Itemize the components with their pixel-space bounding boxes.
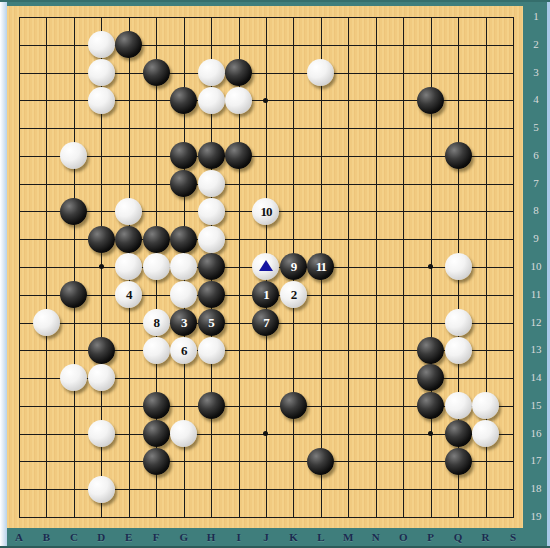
point-I4[interactable] [225,86,252,114]
white-stone-D14[interactable] [88,364,115,391]
white-stone-D3[interactable] [88,59,115,86]
point-C14[interactable] [60,364,87,392]
white-stone-Q15[interactable] [445,392,472,419]
point-H3[interactable] [197,59,224,87]
row-label-16: 16 [524,427,548,439]
white-stone-D18[interactable] [88,476,115,503]
move-number-label-11: 11 [316,260,326,273]
row-label-17: 17 [524,454,548,466]
point-H15[interactable] [197,392,224,420]
stones-grid: 1091141283576 [5,3,526,531]
black-stone-G6[interactable] [170,142,197,169]
point-C8[interactable] [60,197,87,225]
hoshi-dot [428,431,433,436]
point-H9[interactable] [197,225,224,253]
col-label-L: L [311,531,331,543]
point-P15[interactable] [417,392,444,420]
black-stone-K15[interactable] [280,392,307,419]
black-stone-P15[interactable] [417,392,444,419]
point-D4[interactable] [88,86,115,114]
point-D2[interactable] [88,31,115,59]
point-Q15[interactable] [444,392,471,420]
point-J11[interactable]: 1 [252,281,279,309]
move-number-label-3: 3 [181,316,187,329]
white-stone-F12[interactable]: 8 [143,309,170,336]
black-stone-F15[interactable] [143,392,170,419]
point-K10[interactable]: 9 [280,253,307,281]
point-E10[interactable] [115,253,142,281]
point-F9[interactable] [142,225,169,253]
move-number-label-5: 5 [208,316,214,329]
point-H12[interactable]: 5 [197,309,224,337]
black-stone-G12[interactable]: 3 [170,309,197,336]
point-D3[interactable] [88,59,115,87]
point-H7[interactable] [197,170,224,198]
white-stone-G10[interactable] [170,253,197,280]
white-stone-I4[interactable] [225,87,252,114]
white-stone-H8[interactable] [198,198,225,225]
move-number-label-7: 7 [263,316,269,329]
black-stone-F16[interactable] [143,420,170,447]
point-D16[interactable] [88,420,115,448]
white-stone-C14[interactable] [60,364,87,391]
move-number-label-10: 10 [260,205,271,218]
point-G16[interactable] [170,420,197,448]
point-H8[interactable] [197,197,224,225]
col-label-A: A [9,531,29,543]
row-label-1: 1 [524,10,548,22]
move-number-label-2: 2 [291,288,297,301]
point-L10[interactable]: 11 [307,253,334,281]
point-E8[interactable] [115,197,142,225]
black-stone-H12[interactable]: 5 [198,309,225,336]
white-stone-G11[interactable] [170,281,197,308]
row-label-14: 14 [524,371,548,383]
col-label-E: E [119,531,139,543]
row-label-7: 7 [524,177,548,189]
row-label-12: 12 [524,316,548,328]
move-number-label-4: 4 [126,288,132,301]
point-F17[interactable] [142,447,169,475]
col-label-H: H [201,531,221,543]
point-D9[interactable] [88,225,115,253]
point-F15[interactable] [142,392,169,420]
white-stone-F13[interactable] [143,337,170,364]
black-stone-F17[interactable] [143,448,170,475]
row-label-3: 3 [524,66,548,78]
move-number-label-1: 1 [263,288,269,301]
point-F3[interactable] [142,59,169,87]
white-stone-H7[interactable] [198,170,225,197]
point-E11[interactable]: 4 [115,281,142,309]
row-label-15: 15 [524,399,548,411]
point-L3[interactable] [307,59,334,87]
white-stone-J8[interactable]: 10 [252,198,279,225]
point-C6[interactable] [60,142,87,170]
black-stone-P14[interactable] [417,364,444,391]
col-label-Q: Q [448,531,468,543]
hoshi-dot [99,264,104,269]
row-label-19: 19 [524,510,548,522]
col-label-N: N [366,531,386,543]
white-stone-Q12[interactable] [445,309,472,336]
black-stone-Q6[interactable] [445,142,472,169]
col-label-R: R [476,531,496,543]
point-H6[interactable] [197,142,224,170]
col-label-B: B [36,531,56,543]
white-stone-R15[interactable] [472,392,499,419]
point-J10[interactable] [252,253,279,281]
black-stone-I3[interactable] [225,59,252,86]
white-stone-R16[interactable] [472,420,499,447]
white-stone-E10[interactable] [115,253,142,280]
white-stone-C6[interactable] [60,142,87,169]
star-point-J4 [252,86,279,114]
row-label-2: 2 [524,38,548,50]
point-P13[interactable] [417,336,444,364]
black-stone-G9[interactable] [170,226,197,253]
black-stone-F3[interactable] [143,59,170,86]
black-stone-C11[interactable] [60,281,87,308]
triangle-marker-icon [259,260,273,271]
col-label-D: D [91,531,111,543]
point-Q13[interactable] [444,336,471,364]
col-label-J: J [256,531,276,543]
black-stone-E9[interactable] [115,226,142,253]
black-stone-K10[interactable]: 9 [280,253,307,280]
white-stone-E11[interactable]: 4 [115,281,142,308]
point-G6[interactable] [170,142,197,170]
star-point-J16 [252,420,279,448]
star-point-P10 [417,253,444,281]
goban[interactable]: 1091141283576 [7,6,523,528]
point-H11[interactable] [197,281,224,309]
point-G10[interactable] [170,253,197,281]
black-stone-J11[interactable]: 1 [252,281,279,308]
white-stone-D16[interactable] [88,420,115,447]
row-label-18: 18 [524,482,548,494]
point-K11[interactable]: 2 [280,281,307,309]
white-stone-H9[interactable] [198,226,225,253]
point-G13[interactable]: 6 [170,336,197,364]
black-stone-G7[interactable] [170,170,197,197]
point-B12[interactable] [33,309,60,337]
black-stone-D9[interactable] [88,226,115,253]
black-stone-Q16[interactable] [445,420,472,447]
row-label-4: 4 [524,93,548,105]
hoshi-dot [428,264,433,269]
white-stone-H4[interactable] [198,87,225,114]
point-D14[interactable] [88,364,115,392]
point-Q16[interactable] [444,420,471,448]
black-stone-L10[interactable]: 11 [307,253,334,280]
white-stone-K11[interactable]: 2 [280,281,307,308]
point-G9[interactable] [170,225,197,253]
point-C11[interactable] [60,281,87,309]
white-stone-L3[interactable] [307,59,334,86]
point-F13[interactable] [142,336,169,364]
move-number-label-9: 9 [291,260,297,273]
star-point-P16 [417,420,444,448]
point-H4[interactable] [197,86,224,114]
black-stone-L17[interactable] [307,448,334,475]
point-I6[interactable] [225,142,252,170]
point-Q17[interactable] [444,447,471,475]
col-label-G: G [174,531,194,543]
col-label-I: I [229,531,249,543]
go-board-window: 1091141283576 ABCDEFGHIJKLMNOPQRS 123456… [0,0,550,548]
col-label-P: P [421,531,441,543]
white-stone-D4[interactable] [88,87,115,114]
row-label-8: 8 [524,204,548,216]
point-D18[interactable] [88,475,115,503]
row-label-13: 13 [524,343,548,355]
white-stone-D2[interactable] [88,31,115,58]
row-label-9: 9 [524,232,548,244]
col-label-M: M [338,531,358,543]
black-stone-E2[interactable] [115,31,142,58]
col-label-F: F [146,531,166,543]
point-K15[interactable] [280,392,307,420]
point-P14[interactable] [417,364,444,392]
point-G11[interactable] [170,281,197,309]
row-label-10: 10 [524,260,548,272]
point-E2[interactable] [115,31,142,59]
black-stone-F9[interactable] [143,226,170,253]
white-stone-Q10[interactable] [445,253,472,280]
black-stone-J12[interactable]: 7 [252,309,279,336]
row-label-6: 6 [524,149,548,161]
point-J12[interactable]: 7 [252,309,279,337]
black-stone-G4[interactable] [170,87,197,114]
point-Q6[interactable] [444,142,471,170]
hoshi-dot [263,98,268,103]
point-R16[interactable] [472,420,499,448]
point-L17[interactable] [307,447,334,475]
point-F16[interactable] [142,420,169,448]
row-label-5: 5 [524,121,548,133]
point-J8[interactable]: 10 [252,197,279,225]
black-stone-H15[interactable] [198,392,225,419]
move-number-label-8: 8 [153,316,159,329]
col-label-K: K [283,531,303,543]
point-F12[interactable]: 8 [142,309,169,337]
star-point-D10 [88,253,115,281]
col-label-C: C [64,531,84,543]
black-stone-P13[interactable] [417,337,444,364]
point-Q12[interactable] [444,309,471,337]
point-Q10[interactable] [444,253,471,281]
white-stone-E8[interactable] [115,198,142,225]
black-stone-H11[interactable] [198,281,225,308]
white-stone-J10[interactable] [252,253,279,280]
point-P4[interactable] [417,86,444,114]
col-label-O: O [393,531,413,543]
point-G4[interactable] [170,86,197,114]
white-stone-H13[interactable] [198,337,225,364]
black-stone-I6[interactable] [225,142,252,169]
point-F10[interactable] [142,253,169,281]
hoshi-dot [263,431,268,436]
point-I3[interactable] [225,59,252,87]
white-stone-G13[interactable]: 6 [170,337,197,364]
black-stone-H10[interactable] [198,253,225,280]
black-stone-C8[interactable] [60,198,87,225]
white-stone-H3[interactable] [198,59,225,86]
window-top-border [0,0,550,2]
point-R15[interactable] [472,392,499,420]
white-stone-Q13[interactable] [445,337,472,364]
point-E9[interactable] [115,225,142,253]
point-D13[interactable] [88,336,115,364]
point-G12[interactable]: 3 [170,309,197,337]
row-label-11: 11 [524,288,548,300]
black-stone-H6[interactable] [198,142,225,169]
black-stone-P4[interactable] [417,87,444,114]
point-H10[interactable] [197,253,224,281]
point-G7[interactable] [170,170,197,198]
white-stone-G16[interactable] [170,420,197,447]
white-stone-F10[interactable] [143,253,170,280]
point-H13[interactable] [197,336,224,364]
white-stone-B12[interactable] [33,309,60,336]
move-number-label-6: 6 [181,344,187,357]
black-stone-D13[interactable] [88,337,115,364]
black-stone-Q17[interactable] [445,448,472,475]
window-left-border [0,0,7,548]
col-label-S: S [503,531,523,543]
